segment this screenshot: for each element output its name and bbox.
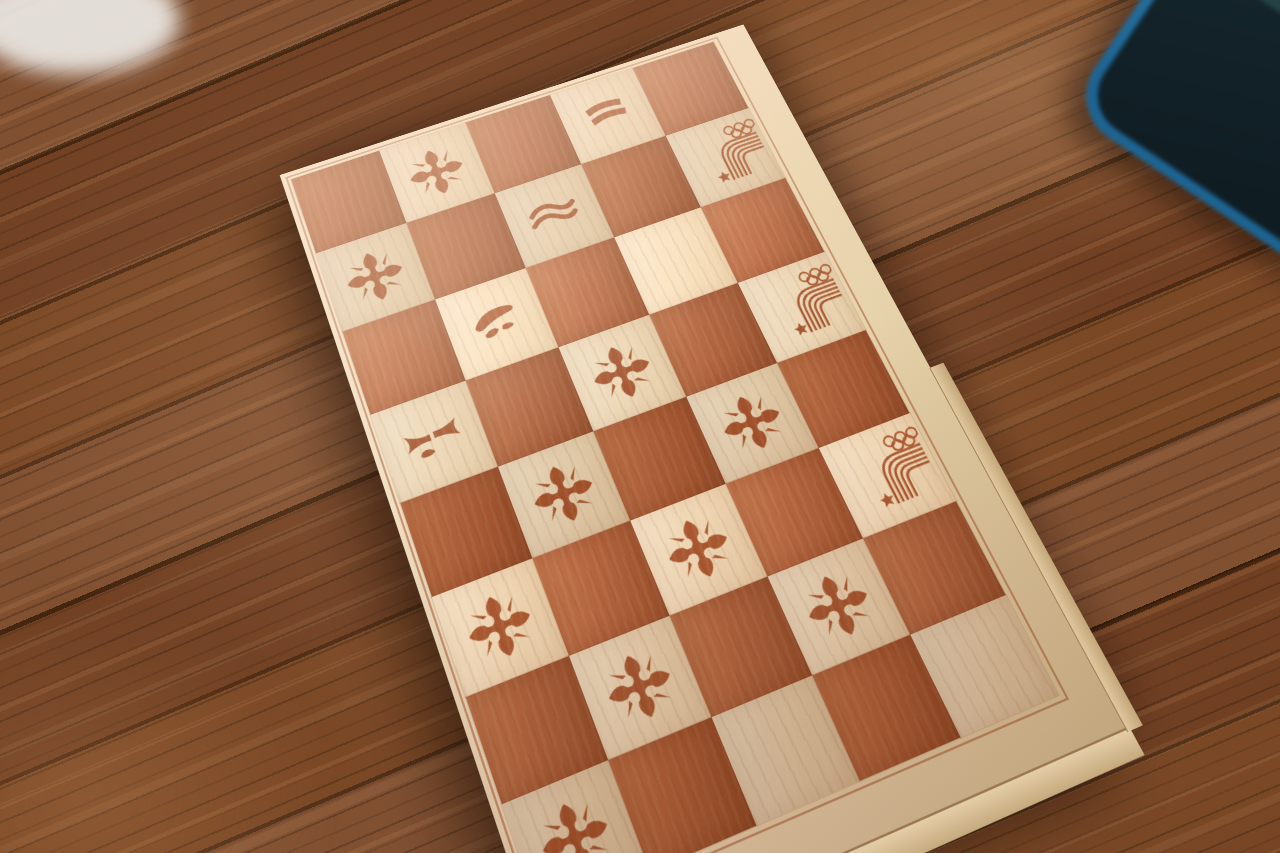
gear-motif-icon: [458, 584, 543, 670]
background-white-patch: [0, 0, 180, 74]
wave-motif-icon: [517, 183, 591, 247]
gear-motif-icon: [582, 336, 661, 408]
gear-motif-icon: [596, 642, 684, 731]
gear-motif-icon: [401, 141, 473, 203]
flag-motif-icon: [572, 86, 644, 146]
gear-motif-icon: [656, 508, 741, 590]
photo-scene: [0, 0, 1280, 853]
gear-motif-icon: [530, 789, 622, 853]
bowtie-motif-icon: [394, 403, 473, 479]
gear-motif-icon: [794, 563, 882, 648]
table-corner-haze: [0, 600, 340, 853]
logo-motif-icon: [837, 421, 950, 524]
screen-reflection: [1209, 0, 1280, 59]
gear-motif-icon: [338, 243, 412, 310]
flame-motif-icon: [458, 289, 534, 359]
gear-motif-icon: [523, 455, 605, 534]
gear-motif-icon: [711, 385, 793, 460]
